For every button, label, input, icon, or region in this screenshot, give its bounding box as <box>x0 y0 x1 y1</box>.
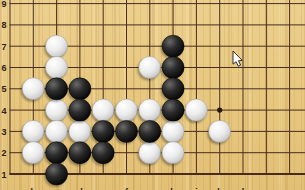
white-stone-glyph <box>22 78 44 100</box>
mouse-cursor-icon <box>233 51 242 66</box>
row-label-9: 9 <box>2 0 7 9</box>
black-stone-glyph <box>69 78 91 100</box>
row-label-5: 5 <box>2 84 7 94</box>
row-label-3: 3 <box>2 127 7 137</box>
row-label-2: 2 <box>2 148 7 158</box>
stone-black-d5 <box>67 78 91 102</box>
stone-white-c6 <box>44 57 68 81</box>
stone-black-c5 <box>44 78 68 102</box>
stone-white-j4 <box>184 99 208 123</box>
white-stone-glyph <box>22 120 44 142</box>
black-stone-glyph <box>162 99 184 121</box>
stone-white-d3 <box>67 120 91 144</box>
stone-black-c1 <box>44 163 68 187</box>
star-point-k4 <box>217 108 222 113</box>
arrow-cursor-glyph <box>233 51 242 66</box>
stone-white-e4 <box>91 99 115 123</box>
col-label-g: g <box>147 187 153 190</box>
col-label-l: l <box>242 187 245 190</box>
row-label-7: 7 <box>2 42 7 52</box>
stone-white-k3 <box>207 120 231 144</box>
col-label-d: d <box>77 187 83 190</box>
black-stone-glyph <box>92 142 114 164</box>
stone-black-g3 <box>137 120 161 144</box>
black-stone-glyph <box>116 120 138 142</box>
stone-white-h3 <box>161 120 185 144</box>
col-label-k: k <box>217 187 223 190</box>
white-stone-glyph <box>116 99 138 121</box>
stone-black-c2 <box>44 142 68 166</box>
col-label-j: j <box>194 187 198 190</box>
white-stone-glyph <box>185 99 207 121</box>
col-label-e: e <box>101 187 106 190</box>
stone-white-c7 <box>44 35 68 59</box>
black-stone-glyph <box>46 163 68 185</box>
row-label-4: 4 <box>2 106 7 116</box>
stone-white-g4 <box>137 99 161 123</box>
stone-white-c4 <box>44 99 68 123</box>
white-stone-glyph <box>162 142 184 164</box>
black-stone-glyph <box>46 78 68 100</box>
stone-black-d4 <box>67 99 91 123</box>
white-stone-glyph <box>46 99 68 121</box>
stone-black-f3 <box>114 120 138 144</box>
row-label-6: 6 <box>2 63 7 73</box>
stone-black-h5 <box>161 78 185 102</box>
row-label-8: 8 <box>2 20 7 30</box>
white-stone-glyph <box>46 35 68 57</box>
col-label-c: c <box>54 187 59 190</box>
black-stone-glyph <box>46 142 68 164</box>
white-stone-glyph <box>139 99 161 121</box>
white-stone-glyph <box>162 120 184 142</box>
stone-white-f4 <box>114 99 138 123</box>
stone-white-b5 <box>21 78 45 102</box>
black-stone-glyph <box>69 99 91 121</box>
stone-white-g2 <box>137 142 161 166</box>
stone-black-e2 <box>91 142 115 166</box>
stone-white-c3 <box>44 120 68 144</box>
row-label-1: 1 <box>2 170 7 180</box>
black-stone-glyph <box>162 35 184 57</box>
stone-white-b3 <box>21 120 45 144</box>
star-points <box>217 108 222 113</box>
black-stone-glyph <box>162 78 184 100</box>
stone-black-h4 <box>161 99 185 123</box>
stone-black-e3 <box>91 120 115 144</box>
white-stone-glyph <box>69 120 91 142</box>
col-label-n: n <box>287 187 293 190</box>
white-stone-glyph <box>139 57 161 79</box>
white-stone-glyph <box>209 120 231 142</box>
black-stone-glyph <box>162 57 184 79</box>
stone-black-h7 <box>161 35 185 59</box>
stone-white-h2 <box>161 142 185 166</box>
board-svg: 987654321abcdefghjklmn <box>0 0 305 190</box>
col-label-a: a <box>7 187 13 190</box>
col-label-b: b <box>31 187 37 190</box>
stone-white-g6 <box>137 57 161 81</box>
stone-black-h6 <box>161 57 185 81</box>
white-stone-glyph <box>46 120 68 142</box>
stones <box>21 35 231 187</box>
stone-black-d2 <box>67 142 91 166</box>
col-label-m: m <box>262 187 270 190</box>
stone-white-b2 <box>21 142 45 166</box>
black-stone-glyph <box>139 120 161 142</box>
white-stone-glyph <box>22 142 44 164</box>
white-stone-glyph <box>139 142 161 164</box>
col-label-f: f <box>125 187 129 190</box>
white-stone-glyph <box>92 99 114 121</box>
black-stone-glyph <box>69 142 91 164</box>
col-label-h: h <box>170 187 176 190</box>
white-stone-glyph <box>46 57 68 79</box>
black-stone-glyph <box>92 120 114 142</box>
go-board[interactable]: 987654321abcdefghjklmn <box>0 0 305 190</box>
